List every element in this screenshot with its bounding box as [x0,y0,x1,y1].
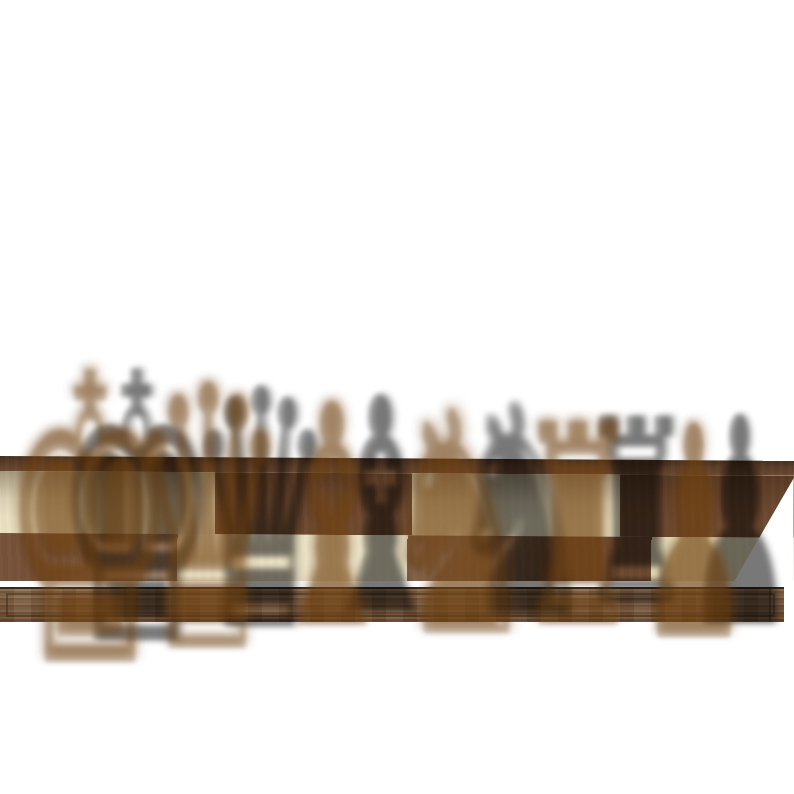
chess-set-product-photo: ♚ ♚ ♛ ♛ ♝ ♝ ♞ ♞ ♜ ♜ ♟ ♟ [0,0,794,794]
